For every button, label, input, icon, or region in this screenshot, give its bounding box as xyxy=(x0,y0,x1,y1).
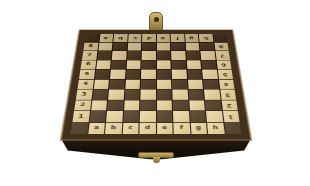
square-c5 xyxy=(126,70,141,79)
square-b7 xyxy=(112,51,126,59)
square-e8 xyxy=(156,42,170,50)
coord-file-f-top: f xyxy=(171,34,185,42)
coord-rank-1-right: 1 xyxy=(222,111,239,122)
square-h6 xyxy=(201,60,216,69)
coord-file-b-top: b xyxy=(113,34,127,42)
coord-rank-5-right: 5 xyxy=(217,70,233,79)
square-g1 xyxy=(190,111,206,122)
square-c7 xyxy=(127,51,141,59)
coord-rank-2-right: 2 xyxy=(221,100,238,110)
square-a2 xyxy=(91,100,107,110)
coord-rank-3-right: 3 xyxy=(220,89,236,99)
coord-rank-1-left: 1 xyxy=(72,111,89,122)
square-c6 xyxy=(126,60,140,69)
coord-file-c-bottom: c xyxy=(122,123,138,134)
square-g6 xyxy=(186,60,201,69)
coord-file-d-bottom: d xyxy=(139,123,155,134)
coord-file-a-top: a xyxy=(99,34,113,42)
square-h3 xyxy=(204,89,220,99)
square-h8 xyxy=(200,42,214,50)
coord-file-a-bottom: a xyxy=(88,123,105,134)
square-b2 xyxy=(107,100,123,110)
square-g8 xyxy=(185,42,199,50)
square-h5 xyxy=(202,70,217,79)
square-e5 xyxy=(156,70,170,79)
coord-file-e-bottom: e xyxy=(157,123,173,134)
square-c8 xyxy=(127,42,141,50)
coord-rank-8-right: 8 xyxy=(214,42,229,50)
square-h7 xyxy=(200,51,215,59)
coord-rank-5-left: 5 xyxy=(79,70,95,79)
square-b5 xyxy=(110,70,125,79)
square-f2 xyxy=(173,100,189,110)
chess-board: abcdefgh8877665544332211abcdefgh xyxy=(62,30,250,139)
square-b6 xyxy=(111,60,126,69)
coord-rank-8-left: 8 xyxy=(83,42,98,50)
coord-file-d-top: d xyxy=(142,34,155,42)
square-a6 xyxy=(96,60,111,69)
square-d4 xyxy=(141,79,156,89)
square-e7 xyxy=(156,51,170,59)
square-h2 xyxy=(205,100,221,110)
coord-rank-4-left: 4 xyxy=(77,79,93,89)
coord-rank-4-right: 4 xyxy=(219,79,235,89)
square-g3 xyxy=(188,89,204,99)
square-d1 xyxy=(140,111,156,122)
square-c1 xyxy=(123,111,139,122)
square-d2 xyxy=(140,100,155,110)
coord-file-h-top: h xyxy=(199,34,213,42)
coord-file-f-bottom: f xyxy=(173,123,189,134)
square-d8 xyxy=(142,42,156,50)
square-e6 xyxy=(156,60,170,69)
square-f1 xyxy=(173,111,189,122)
square-c3 xyxy=(124,89,139,99)
coord-file-g-bottom: g xyxy=(190,123,207,134)
square-g5 xyxy=(187,70,202,79)
square-h1 xyxy=(206,111,223,122)
square-b8 xyxy=(113,42,127,50)
square-h4 xyxy=(203,79,219,89)
frame-corner-top-left xyxy=(85,34,99,42)
square-a8 xyxy=(98,42,112,50)
square-e1 xyxy=(157,111,173,122)
square-d3 xyxy=(140,89,155,99)
square-a1 xyxy=(89,111,106,122)
coord-rank-7-right: 7 xyxy=(215,51,230,59)
coord-file-c-top: c xyxy=(128,34,142,42)
square-a3 xyxy=(92,89,108,99)
square-g7 xyxy=(186,51,200,59)
square-e2 xyxy=(157,100,172,110)
coord-rank-2-left: 2 xyxy=(74,100,91,110)
coord-rank-6-right: 6 xyxy=(216,60,231,69)
coord-rank-7-left: 7 xyxy=(82,51,97,59)
square-f6 xyxy=(171,60,185,69)
square-e4 xyxy=(157,79,172,89)
square-b1 xyxy=(106,111,122,122)
square-f3 xyxy=(172,89,187,99)
coord-rank-3-left: 3 xyxy=(76,89,92,99)
square-c4 xyxy=(125,79,140,89)
frame-corner-bottom-left xyxy=(71,123,88,134)
brass-latch-icon xyxy=(138,152,174,158)
square-f8 xyxy=(171,42,185,50)
square-d7 xyxy=(142,51,156,59)
coord-rank-6-left: 6 xyxy=(81,60,96,69)
frame-corner-top-right xyxy=(213,34,227,42)
coord-file-b-bottom: b xyxy=(105,123,122,134)
square-e3 xyxy=(157,89,172,99)
square-b3 xyxy=(108,89,124,99)
square-b4 xyxy=(109,79,124,89)
square-a5 xyxy=(95,70,110,79)
square-d5 xyxy=(141,70,155,79)
coord-file-e-top: e xyxy=(156,34,169,42)
square-f5 xyxy=(172,70,187,79)
square-g4 xyxy=(188,79,203,89)
chessboard-product-photo: abcdefgh8877665544332211abcdefgh xyxy=(0,0,310,186)
square-c2 xyxy=(124,100,140,110)
square-a4 xyxy=(93,79,109,89)
coord-file-g-top: g xyxy=(185,34,199,42)
coord-file-h-bottom: h xyxy=(207,123,224,134)
square-a7 xyxy=(97,51,112,59)
square-g2 xyxy=(189,100,205,110)
square-d6 xyxy=(141,60,155,69)
square-f7 xyxy=(171,51,185,59)
square-f4 xyxy=(172,79,187,89)
frame-corner-bottom-right xyxy=(224,123,241,134)
